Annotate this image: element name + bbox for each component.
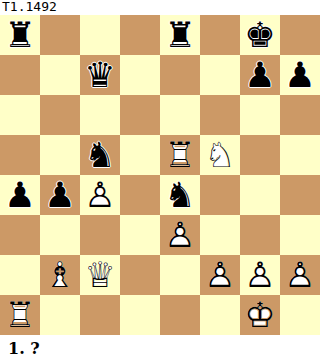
piece-white-pawn: ♙ bbox=[280, 255, 320, 295]
square-a6[interactable] bbox=[0, 95, 40, 135]
square-f2[interactable]: ♟♙ bbox=[200, 255, 240, 295]
square-h1[interactable] bbox=[280, 295, 320, 335]
white-rook-fill: ♜ bbox=[0, 295, 40, 335]
square-a2[interactable] bbox=[0, 255, 40, 295]
white-knight-fill: ♞ bbox=[200, 135, 240, 175]
white-pawn-fill: ♟ bbox=[240, 255, 280, 295]
square-c6[interactable] bbox=[80, 95, 120, 135]
square-b5[interactable] bbox=[40, 135, 80, 175]
square-a3[interactable] bbox=[0, 215, 40, 255]
square-f1[interactable] bbox=[200, 295, 240, 335]
square-f6[interactable] bbox=[200, 95, 240, 135]
piece-black-knight: ♞ bbox=[160, 175, 200, 215]
square-c5[interactable]: ♞ bbox=[80, 135, 120, 175]
puzzle-id: T1.1492 bbox=[0, 0, 320, 15]
square-g5[interactable] bbox=[240, 135, 280, 175]
square-b7[interactable] bbox=[40, 55, 80, 95]
white-pawn-fill: ♟ bbox=[160, 215, 200, 255]
square-g4[interactable] bbox=[240, 175, 280, 215]
square-d1[interactable] bbox=[120, 295, 160, 335]
square-a5[interactable] bbox=[0, 135, 40, 175]
square-a7[interactable] bbox=[0, 55, 40, 95]
square-g7[interactable]: ♟ bbox=[240, 55, 280, 95]
square-e8[interactable]: ♜ bbox=[160, 15, 200, 55]
square-h3[interactable] bbox=[280, 215, 320, 255]
square-d3[interactable] bbox=[120, 215, 160, 255]
square-e6[interactable] bbox=[160, 95, 200, 135]
square-d7[interactable] bbox=[120, 55, 160, 95]
square-a4[interactable]: ♟ bbox=[0, 175, 40, 215]
square-c7[interactable]: ♛ bbox=[80, 55, 120, 95]
piece-black-knight: ♞ bbox=[80, 135, 120, 175]
piece-white-pawn: ♙ bbox=[160, 215, 200, 255]
square-f5[interactable]: ♞♘ bbox=[200, 135, 240, 175]
piece-black-king: ♚ bbox=[240, 15, 280, 55]
square-f7[interactable] bbox=[200, 55, 240, 95]
square-g1[interactable]: ♚♔ bbox=[240, 295, 280, 335]
piece-white-king: ♔ bbox=[240, 295, 280, 335]
square-e4[interactable]: ♞ bbox=[160, 175, 200, 215]
square-e2[interactable] bbox=[160, 255, 200, 295]
square-g8[interactable]: ♚ bbox=[240, 15, 280, 55]
square-h8[interactable] bbox=[280, 15, 320, 55]
piece-black-pawn: ♟ bbox=[0, 175, 40, 215]
square-h4[interactable] bbox=[280, 175, 320, 215]
square-e3[interactable]: ♟♙ bbox=[160, 215, 200, 255]
square-c3[interactable] bbox=[80, 215, 120, 255]
square-b6[interactable] bbox=[40, 95, 80, 135]
square-a1[interactable]: ♜♖ bbox=[0, 295, 40, 335]
white-rook-fill: ♜ bbox=[160, 135, 200, 175]
piece-white-pawn: ♙ bbox=[200, 255, 240, 295]
square-g6[interactable] bbox=[240, 95, 280, 135]
square-d5[interactable] bbox=[120, 135, 160, 175]
square-h6[interactable] bbox=[280, 95, 320, 135]
piece-white-queen: ♕ bbox=[80, 255, 120, 295]
square-b8[interactable] bbox=[40, 15, 80, 55]
white-pawn-fill: ♟ bbox=[80, 175, 120, 215]
square-a8[interactable]: ♜ bbox=[0, 15, 40, 55]
piece-black-pawn: ♟ bbox=[280, 55, 320, 95]
square-c4[interactable]: ♟♙ bbox=[80, 175, 120, 215]
piece-black-pawn: ♟ bbox=[40, 175, 80, 215]
square-f4[interactable] bbox=[200, 175, 240, 215]
square-e1[interactable] bbox=[160, 295, 200, 335]
square-h5[interactable] bbox=[280, 135, 320, 175]
square-b4[interactable]: ♟ bbox=[40, 175, 80, 215]
piece-black-rook: ♜ bbox=[0, 15, 40, 55]
white-bishop-fill: ♝ bbox=[40, 255, 80, 295]
square-c8[interactable] bbox=[80, 15, 120, 55]
square-b2[interactable]: ♝♗ bbox=[40, 255, 80, 295]
piece-black-pawn: ♟ bbox=[240, 55, 280, 95]
square-g3[interactable] bbox=[240, 215, 280, 255]
piece-white-rook: ♖ bbox=[0, 295, 40, 335]
square-e5[interactable]: ♜♖ bbox=[160, 135, 200, 175]
square-d6[interactable] bbox=[120, 95, 160, 135]
square-h7[interactable]: ♟ bbox=[280, 55, 320, 95]
white-king-fill: ♚ bbox=[240, 295, 280, 335]
piece-white-rook: ♖ bbox=[160, 135, 200, 175]
square-f3[interactable] bbox=[200, 215, 240, 255]
white-pawn-fill: ♟ bbox=[280, 255, 320, 295]
square-g2[interactable]: ♟♙ bbox=[240, 255, 280, 295]
piece-white-bishop: ♗ bbox=[40, 255, 80, 295]
white-queen-fill: ♛ bbox=[80, 255, 120, 295]
square-c2[interactable]: ♛♕ bbox=[80, 255, 120, 295]
chess-board: ♜♜♚♛♟♟♞♜♖♞♘♟♟♟♙♞♟♙♝♗♛♕♟♙♟♙♟♙♜♖♚♔ bbox=[0, 15, 320, 335]
piece-black-queen: ♛ bbox=[80, 55, 120, 95]
square-b3[interactable] bbox=[40, 215, 80, 255]
square-h2[interactable]: ♟♙ bbox=[280, 255, 320, 295]
piece-black-rook: ♜ bbox=[160, 15, 200, 55]
square-d8[interactable] bbox=[120, 15, 160, 55]
square-f8[interactable] bbox=[200, 15, 240, 55]
square-d2[interactable] bbox=[120, 255, 160, 295]
piece-white-knight: ♘ bbox=[200, 135, 240, 175]
piece-white-pawn: ♙ bbox=[80, 175, 120, 215]
white-pawn-fill: ♟ bbox=[200, 255, 240, 295]
move-prompt: 1. ? bbox=[0, 335, 320, 358]
square-e7[interactable] bbox=[160, 55, 200, 95]
square-d4[interactable] bbox=[120, 175, 160, 215]
square-b1[interactable] bbox=[40, 295, 80, 335]
piece-white-pawn: ♙ bbox=[240, 255, 280, 295]
square-c1[interactable] bbox=[80, 295, 120, 335]
